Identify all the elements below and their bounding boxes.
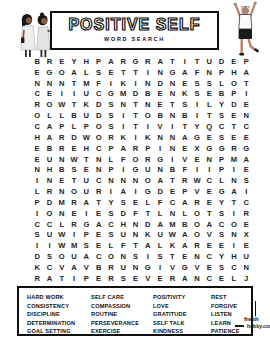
- grid-cell: S: [105, 230, 117, 241]
- grid-cell: O: [191, 208, 203, 219]
- grid-cell: L: [154, 240, 166, 251]
- grid-cell: S: [215, 132, 227, 143]
- grid-cell: N: [129, 219, 141, 230]
- grid-cell: G: [142, 262, 154, 273]
- word-item: EXERCISE: [91, 327, 153, 336]
- grid-cell: U: [68, 251, 80, 262]
- grid-cell: P: [80, 230, 92, 241]
- grid-cell: A: [240, 67, 252, 78]
- grid-cell: U: [43, 154, 55, 165]
- grid-cell: E: [56, 175, 68, 186]
- grid-cell: K: [80, 99, 92, 110]
- grid-cell: C: [166, 197, 178, 208]
- grid-cell: L: [56, 110, 68, 121]
- grid-cell: I: [154, 143, 166, 154]
- grid-cell: N: [43, 78, 55, 89]
- grid-cell: N: [31, 164, 43, 175]
- grid-cell: N: [117, 251, 129, 262]
- grid-cell: A: [179, 273, 191, 284]
- grid-cell: U: [80, 186, 92, 197]
- grid-cell: V: [56, 262, 68, 273]
- freshhobby-logo: fresh hobby.com: [242, 316, 270, 336]
- grid-cell: E: [203, 262, 215, 273]
- grid-cell: L: [203, 99, 215, 110]
- grid-cell: L: [215, 78, 227, 89]
- grid-cell: P: [179, 186, 191, 197]
- grid-cell: O: [228, 78, 240, 89]
- grid-cell: U: [142, 164, 154, 175]
- grid-cell: T: [166, 175, 178, 186]
- grid-cell: T: [129, 67, 141, 78]
- grid-cell: L: [105, 154, 117, 165]
- grid-cell: H: [43, 164, 55, 175]
- grid-cell: A: [117, 186, 129, 197]
- grid-cell: E: [215, 240, 227, 251]
- grid-cell: I: [117, 110, 129, 121]
- grid-cell: A: [179, 132, 191, 143]
- grid-cell: N: [166, 78, 178, 89]
- grid-cell: T: [129, 240, 141, 251]
- grid-cell: N: [166, 132, 178, 143]
- word-item: COMPASSION: [91, 302, 153, 311]
- grid-cell: E: [203, 240, 215, 251]
- grid-cell: H: [80, 143, 92, 154]
- grid-cell: U: [80, 110, 92, 121]
- grid-cell: F: [117, 154, 129, 165]
- grid-cell: A: [117, 143, 129, 154]
- grid-cell: R: [240, 208, 252, 219]
- grid-cell: H: [228, 67, 240, 78]
- grid-cell: B: [56, 164, 68, 175]
- grid-cell: N: [166, 143, 178, 154]
- grid-cell: L: [68, 121, 80, 132]
- grid-cell: N: [203, 67, 215, 78]
- grid-cell: H: [80, 56, 92, 67]
- grid-cell: W: [56, 99, 68, 110]
- grid-cell: T: [166, 251, 178, 262]
- grid-cell: T: [203, 208, 215, 219]
- grid-cell: I: [142, 251, 154, 262]
- grid-cell: C: [215, 121, 227, 132]
- grid-cell: I: [129, 186, 141, 197]
- grid-cell: N: [191, 251, 203, 262]
- grid-cell: E: [31, 143, 43, 154]
- grid-cell: S: [203, 78, 215, 89]
- grid-cell: E: [203, 132, 215, 143]
- grid-cell: E: [129, 197, 141, 208]
- grid-cell: D: [154, 78, 166, 89]
- grid-cell: E: [240, 240, 252, 251]
- grid-cell: T: [56, 273, 68, 284]
- grid-cell: B: [179, 110, 191, 121]
- grid-cell: C: [43, 219, 55, 230]
- grid-cell: K: [166, 240, 178, 251]
- grid-cell: P: [56, 121, 68, 132]
- grid-cell: N: [56, 78, 68, 89]
- grid-cell: A: [92, 219, 104, 230]
- grid-cell: C: [203, 273, 215, 284]
- grid-cell: B: [68, 110, 80, 121]
- grid-cell: G: [105, 89, 117, 100]
- grid-cell: I: [191, 110, 203, 121]
- grid-cell: G: [142, 186, 154, 197]
- grid-cell: N: [129, 262, 141, 273]
- grid-cell: Y: [215, 197, 227, 208]
- grid-cell: I: [68, 230, 80, 241]
- grid-cell: A: [179, 197, 191, 208]
- title-box: POSITIVE SELF WORD SEARCH: [50, 11, 219, 50]
- grid-cell: W: [80, 132, 92, 143]
- word-item: CONSISTENCY: [27, 302, 91, 311]
- grid-cell: T: [129, 121, 141, 132]
- grid-cell: E: [203, 89, 215, 100]
- grid-cell: I: [228, 164, 240, 175]
- grid-cell: B: [43, 143, 55, 154]
- grid-cell: S: [215, 230, 227, 241]
- grid-cell: U: [80, 175, 92, 186]
- grid-cell: C: [43, 262, 55, 273]
- grid-cell: Y: [191, 121, 203, 132]
- grid-cell: G: [215, 143, 227, 154]
- grid-cell: P: [31, 197, 43, 208]
- grid-cell: A: [179, 67, 191, 78]
- grid-cell: D: [92, 99, 104, 110]
- grid-cell: S: [105, 208, 117, 219]
- grid-cell: A: [203, 219, 215, 230]
- grid-cell: C: [203, 251, 215, 262]
- grid-cell: I: [142, 67, 154, 78]
- grid-cell: S: [31, 230, 43, 241]
- grid-cell: I: [142, 121, 154, 132]
- grid-cell: I: [191, 164, 203, 175]
- grid-cell: V: [80, 262, 92, 273]
- grid-cell: L: [179, 208, 191, 219]
- grid-cell: P: [80, 121, 92, 132]
- grid-cell: T: [142, 208, 154, 219]
- grid-cell: S: [215, 110, 227, 121]
- grid-cell: O: [142, 175, 154, 186]
- grid-cell: T: [166, 99, 178, 110]
- grid-cell: A: [228, 186, 240, 197]
- grid-cell: R: [105, 132, 117, 143]
- logo-mark: [235, 325, 244, 327]
- puzzle-subtitle: WORD SEARCH: [52, 36, 217, 42]
- grid-cell: M: [166, 219, 178, 230]
- grid-cell: A: [179, 230, 191, 241]
- grid-cell: S: [92, 67, 104, 78]
- grid-cell: A: [68, 262, 80, 273]
- grid-cell: E: [129, 273, 141, 284]
- grid-cell: I: [68, 89, 80, 100]
- grid-cell: V: [154, 121, 166, 132]
- grid-cell: T: [129, 110, 141, 121]
- word-list: HARD WORKCONSISTENCYDISCIPLINEDETERMINAT…: [17, 286, 253, 336]
- grid-cell: I: [166, 121, 178, 132]
- grid-cell: R: [31, 99, 43, 110]
- grid-cell: R: [56, 132, 68, 143]
- grid-cell: X: [191, 143, 203, 154]
- grid-cell: Y: [105, 197, 117, 208]
- grid-cell: L: [80, 67, 92, 78]
- grid-cell: C: [31, 121, 43, 132]
- grid-cell: C: [92, 143, 104, 154]
- grid-cell: R: [43, 186, 55, 197]
- grid-cell: F: [179, 164, 191, 175]
- grid-cell: S: [117, 273, 129, 284]
- grid-cell: W: [68, 154, 80, 165]
- grid-cell: N: [142, 78, 154, 89]
- grid-cell: N: [56, 154, 68, 165]
- grid-cell: E: [203, 197, 215, 208]
- word-item: POSITIVITY: [153, 293, 211, 302]
- grid-cell: N: [166, 208, 178, 219]
- grid-cell: V: [166, 262, 178, 273]
- grid-cell: U: [117, 262, 129, 273]
- grid-cell: T: [203, 110, 215, 121]
- grid-cell: N: [203, 154, 215, 165]
- grid-cell: E: [68, 208, 80, 219]
- grid-cell: A: [80, 251, 92, 262]
- grid-cell: I: [68, 273, 80, 284]
- grid-cell: R: [105, 262, 117, 273]
- grid-cell: N: [92, 154, 104, 165]
- grid-cell: E: [215, 273, 227, 284]
- grid-cell: T: [228, 121, 240, 132]
- word-item: HARD WORK: [27, 293, 91, 302]
- grid-cell: A: [43, 273, 55, 284]
- grid-cell: C: [92, 175, 104, 186]
- grid-cell: R: [68, 219, 80, 230]
- grid-cell: G: [129, 56, 141, 67]
- grid-cell: I: [129, 78, 141, 89]
- word-item: REST: [211, 293, 251, 302]
- grid-cell: H: [31, 132, 43, 143]
- grid-cell: U: [80, 89, 92, 100]
- grid-cell: E: [203, 186, 215, 197]
- grid-cell: Y: [215, 99, 227, 110]
- grid-cell: U: [43, 230, 55, 241]
- grid-cell: N: [92, 164, 104, 175]
- grid-cell: N: [228, 230, 240, 241]
- grid-cell: K: [142, 230, 154, 241]
- grid-cell: R: [129, 143, 141, 154]
- grid-cell: D: [43, 197, 55, 208]
- grid-cell: I: [31, 240, 43, 251]
- grid-cell: S: [43, 251, 55, 262]
- grid-cell: F: [117, 240, 129, 251]
- grid-cell: W: [191, 175, 203, 186]
- grid-cell: I: [228, 208, 240, 219]
- grid-cell: E: [92, 208, 104, 219]
- grid-cell: A: [240, 154, 252, 165]
- grid-cell: B: [179, 219, 191, 230]
- grid-cell: A: [154, 56, 166, 67]
- grid-cell: N: [129, 230, 141, 241]
- grid-cell: P: [215, 164, 227, 175]
- grid-cell: I: [154, 262, 166, 273]
- grid-cell: N: [31, 78, 43, 89]
- grid-cell: I: [80, 208, 92, 219]
- grid-cell: F: [191, 67, 203, 78]
- grid-cell: T: [191, 56, 203, 67]
- word-item: LOVE: [153, 302, 211, 311]
- grid-cell: O: [43, 208, 55, 219]
- grid-cell: L: [142, 197, 154, 208]
- grid-cell: D: [31, 251, 43, 262]
- grid-cell: R: [166, 273, 178, 284]
- grid-cell: N: [117, 99, 129, 110]
- grid-cell: E: [240, 219, 252, 230]
- boy-illustration: [226, 1, 266, 59]
- grid-cell: U: [117, 230, 129, 241]
- grid-cell: L: [43, 110, 55, 121]
- grid-cell: E: [240, 132, 252, 143]
- grid-cell: E: [228, 110, 240, 121]
- grid-cell: V: [203, 230, 215, 241]
- grid-cell: T: [80, 154, 92, 165]
- grid-cell: G: [191, 132, 203, 143]
- grid-cell: B: [215, 89, 227, 100]
- grid-cell: O: [191, 219, 203, 230]
- grid-cell: D: [68, 132, 80, 143]
- grid-cell: S: [240, 175, 252, 186]
- grid-cell: Y: [68, 56, 80, 67]
- grid-cell: E: [240, 164, 252, 175]
- grid-cell: O: [191, 230, 203, 241]
- grid-cell: T: [240, 78, 252, 89]
- grid-cell: N: [166, 110, 178, 121]
- grid-cell: T: [68, 78, 80, 89]
- grid-cell: E: [80, 164, 92, 175]
- grid-cell: S: [215, 262, 227, 273]
- word-item: ROUTINE: [91, 310, 153, 319]
- grid-cell: M: [228, 154, 240, 165]
- grid-cell: E: [43, 89, 55, 100]
- grid-cell: E: [154, 89, 166, 100]
- grid-cell: O: [142, 110, 154, 121]
- puzzle-title: POSITIVE SELF: [52, 16, 217, 34]
- grid-cell: C: [215, 219, 227, 230]
- grid-cell: C: [228, 262, 240, 273]
- grid-cell: I: [129, 132, 141, 143]
- grid-cell: T: [129, 99, 141, 110]
- grid-cell: T: [117, 67, 129, 78]
- grid-cell: K: [179, 89, 191, 100]
- grid-cell: L: [31, 186, 43, 197]
- grid-cell: N: [240, 110, 252, 121]
- grid-cell: A: [105, 56, 117, 67]
- word-item: PERSEVERANCE: [91, 319, 153, 328]
- grid-cell: K: [117, 78, 129, 89]
- grid-cell: L: [154, 208, 166, 219]
- grid-cell: R: [31, 273, 43, 284]
- grid-cell: O: [43, 99, 55, 110]
- grid-cell: N: [142, 99, 154, 110]
- grid-cell: O: [56, 251, 68, 262]
- grid-cell: V: [191, 262, 203, 273]
- grid-cell: M: [56, 197, 68, 208]
- grid-cell: K: [117, 132, 129, 143]
- grid-cell: S: [191, 89, 203, 100]
- grid-cell: R: [56, 143, 68, 154]
- grid-cell: S: [105, 121, 117, 132]
- grid-cell: E: [191, 154, 203, 165]
- grid-cell: G: [179, 262, 191, 273]
- grid-cell: N: [43, 175, 55, 186]
- grid-cell: N: [154, 132, 166, 143]
- grid-cell: N: [56, 186, 68, 197]
- grid-cell: N: [117, 175, 129, 186]
- grid-cell: B: [92, 262, 104, 273]
- grid-cell: F: [154, 197, 166, 208]
- logo-text: fresh: [244, 316, 259, 322]
- grid-cell: L: [105, 240, 117, 251]
- grid-cell: D: [129, 89, 141, 100]
- word-item: DETERMINATION: [27, 319, 91, 328]
- grid-cell: H: [117, 219, 129, 230]
- grid-cell: E: [31, 154, 43, 165]
- grid-cell: S: [191, 78, 203, 89]
- grid-cell: D: [92, 110, 104, 121]
- grid-cell: E: [92, 230, 104, 241]
- grid-cell: K: [142, 132, 154, 143]
- letter-grid: BREYHPARGRATITUDEPEGOALSETTINGAFNPHANNNT…: [31, 56, 252, 284]
- grid-cell: E: [179, 143, 191, 154]
- grid-cell: I: [31, 175, 43, 186]
- grid-cell: G: [203, 143, 215, 154]
- grid-cell: I: [179, 56, 191, 67]
- grid-cell: P: [215, 67, 227, 78]
- grid-cell: C: [31, 89, 43, 100]
- grid-cell: X: [240, 230, 252, 241]
- grid-cell: B: [154, 110, 166, 121]
- grid-cell: D: [142, 219, 154, 230]
- grid-cell: W: [56, 240, 68, 251]
- grid-cell: I: [43, 240, 55, 251]
- grid-cell: U: [203, 56, 215, 67]
- grid-cell: O: [68, 186, 80, 197]
- logo-text: hobby.com: [247, 323, 270, 329]
- grid-cell: V: [179, 154, 191, 165]
- grid-cell: N: [228, 175, 240, 186]
- grid-cell: I: [203, 164, 215, 175]
- grid-cell: I: [240, 186, 252, 197]
- grid-cell: N: [240, 262, 252, 273]
- grid-cell: O: [92, 121, 104, 132]
- word-item: GOAL SETTING: [27, 327, 91, 336]
- grid-cell: D: [154, 186, 166, 197]
- word-column: SELF CARECOMPASSIONROUTINEPERSEVERANCEEX…: [91, 293, 153, 336]
- grid-cell: E: [166, 186, 178, 197]
- grid-cell: A: [154, 219, 166, 230]
- word-item: FORGIVE: [211, 302, 251, 311]
- grid-cell: N: [166, 89, 178, 100]
- grid-cell: A: [80, 197, 92, 208]
- grid-cell: R: [68, 197, 80, 208]
- grid-cell: I: [166, 154, 178, 165]
- grid-cell: M: [117, 89, 129, 100]
- grid-cell: G: [166, 67, 178, 78]
- word-column: POSITIVITYLOVEGRATITUDESELF TALKKINDNESS: [153, 293, 211, 336]
- grid-cell: T: [228, 197, 240, 208]
- grid-cell: G: [43, 67, 55, 78]
- word-item: DISCIPLINE: [27, 310, 91, 319]
- grid-cell: E: [179, 78, 191, 89]
- grid-cell: C: [240, 121, 252, 132]
- grid-cell: O: [92, 132, 104, 143]
- grid-cell: P: [105, 143, 117, 154]
- grid-cell: S: [179, 99, 191, 110]
